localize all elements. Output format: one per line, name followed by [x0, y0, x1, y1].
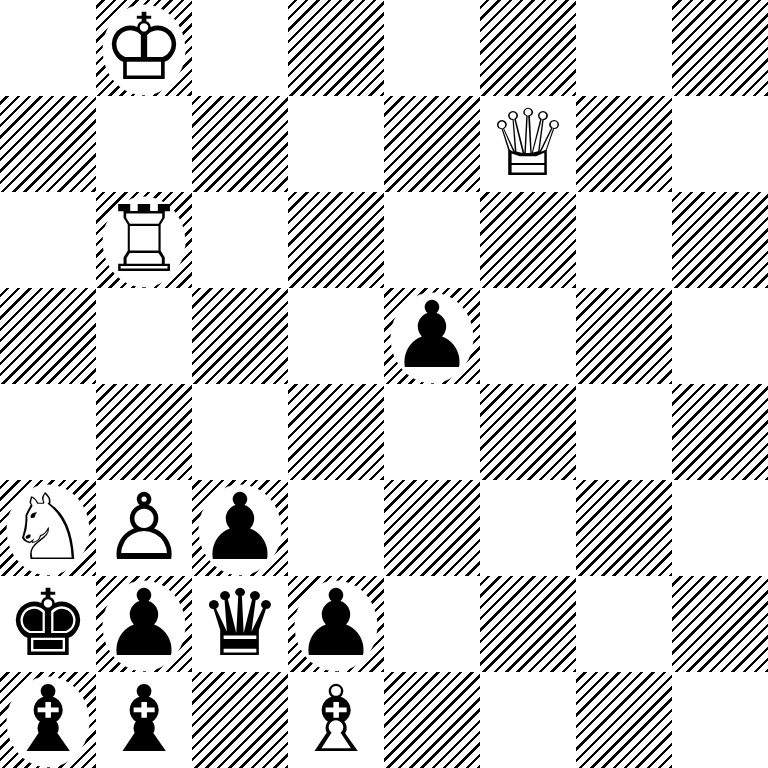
square-c6[interactable]: [192, 192, 288, 288]
square-c8[interactable]: [192, 0, 288, 96]
square-f4[interactable]: [480, 384, 576, 480]
square-d8[interactable]: [288, 0, 384, 96]
square-b4[interactable]: [96, 384, 192, 480]
square-e1[interactable]: [384, 672, 480, 768]
square-e2[interactable]: [384, 576, 480, 672]
square-c7[interactable]: [192, 96, 288, 192]
square-c4[interactable]: [192, 384, 288, 480]
square-a2[interactable]: ♚: [0, 576, 96, 672]
square-h3[interactable]: [672, 480, 768, 576]
square-d7[interactable]: [288, 96, 384, 192]
chessboard: ♔ ♕ ♖ ♟ ♘ ♙ ♟ ♚ ♟ ♛ ♟ ♝: [0, 0, 768, 768]
square-b1[interactable]: ♝: [96, 672, 192, 768]
square-a8[interactable]: [0, 0, 96, 96]
square-f6[interactable]: [480, 192, 576, 288]
square-a7[interactable]: [0, 96, 96, 192]
square-d5[interactable]: [288, 288, 384, 384]
square-b5[interactable]: [96, 288, 192, 384]
square-a3[interactable]: ♘: [0, 480, 96, 576]
square-f2[interactable]: [480, 576, 576, 672]
square-b2[interactable]: ♟: [96, 576, 192, 672]
square-d3[interactable]: [288, 480, 384, 576]
square-g4[interactable]: [576, 384, 672, 480]
square-c3[interactable]: ♟: [192, 480, 288, 576]
square-e4[interactable]: [384, 384, 480, 480]
square-f1[interactable]: [480, 672, 576, 768]
square-g1[interactable]: [576, 672, 672, 768]
square-d6[interactable]: [288, 192, 384, 288]
square-h5[interactable]: [672, 288, 768, 384]
square-g7[interactable]: [576, 96, 672, 192]
square-h1[interactable]: [672, 672, 768, 768]
square-e6[interactable]: [384, 192, 480, 288]
square-d1[interactable]: ♗: [288, 672, 384, 768]
square-e8[interactable]: [384, 0, 480, 96]
square-c5[interactable]: [192, 288, 288, 384]
square-h2[interactable]: [672, 576, 768, 672]
square-b3[interactable]: ♙: [96, 480, 192, 576]
square-a4[interactable]: [0, 384, 96, 480]
square-h6[interactable]: [672, 192, 768, 288]
square-c2[interactable]: ♛: [192, 576, 288, 672]
square-f3[interactable]: [480, 480, 576, 576]
square-h4[interactable]: [672, 384, 768, 480]
square-b8[interactable]: ♔: [96, 0, 192, 96]
square-g8[interactable]: [576, 0, 672, 96]
square-b7[interactable]: [96, 96, 192, 192]
square-h7[interactable]: [672, 96, 768, 192]
square-f8[interactable]: [480, 0, 576, 96]
square-a6[interactable]: [0, 192, 96, 288]
square-e7[interactable]: [384, 96, 480, 192]
square-g6[interactable]: [576, 192, 672, 288]
square-g5[interactable]: [576, 288, 672, 384]
square-f7[interactable]: ♕: [480, 96, 576, 192]
square-a5[interactable]: [0, 288, 96, 384]
square-b6[interactable]: ♖: [96, 192, 192, 288]
square-g2[interactable]: [576, 576, 672, 672]
square-c1[interactable]: [192, 672, 288, 768]
square-e3[interactable]: [384, 480, 480, 576]
square-d4[interactable]: [288, 384, 384, 480]
square-a1[interactable]: ♝: [0, 672, 96, 768]
square-d2[interactable]: ♟: [288, 576, 384, 672]
square-e5[interactable]: ♟: [384, 288, 480, 384]
square-h8[interactable]: [672, 0, 768, 96]
square-g3[interactable]: [576, 480, 672, 576]
square-f5[interactable]: [480, 288, 576, 384]
